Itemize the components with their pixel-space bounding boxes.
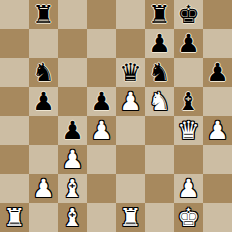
square-a1[interactable]: ♜	[0, 203, 29, 232]
square-b7[interactable]	[29, 29, 58, 58]
piece-white-rook: ♜	[3, 203, 25, 232]
square-c2[interactable]: ♝	[58, 174, 87, 203]
square-f8[interactable]: ♜	[145, 0, 174, 29]
square-h6[interactable]: ♟	[203, 58, 232, 87]
piece-white-pawn: ♟	[177, 174, 199, 203]
square-b8[interactable]: ♜	[29, 0, 58, 29]
piece-black-pawn: ♟	[32, 87, 54, 116]
square-h1[interactable]	[203, 203, 232, 232]
square-c8[interactable]	[58, 0, 87, 29]
piece-white-pawn: ♟	[119, 87, 141, 116]
piece-white-pawn: ♟	[32, 174, 54, 203]
piece-white-queen: ♛	[177, 116, 199, 145]
piece-black-pawn: ♟	[148, 29, 170, 58]
square-d3[interactable]	[87, 145, 116, 174]
square-f3[interactable]	[145, 145, 174, 174]
square-f1[interactable]	[145, 203, 174, 232]
square-a6[interactable]	[0, 58, 29, 87]
square-f4[interactable]	[145, 116, 174, 145]
piece-white-king: ♚	[177, 203, 199, 232]
piece-white-rook: ♜	[119, 203, 141, 232]
square-c3[interactable]: ♟	[58, 145, 87, 174]
square-d8[interactable]	[87, 0, 116, 29]
square-h5[interactable]	[203, 87, 232, 116]
square-f5[interactable]: ♞	[145, 87, 174, 116]
square-d7[interactable]	[87, 29, 116, 58]
square-h3[interactable]	[203, 145, 232, 174]
piece-white-knight: ♞	[148, 87, 170, 116]
piece-black-bishop: ♝	[177, 87, 199, 116]
square-b3[interactable]	[29, 145, 58, 174]
square-e2[interactable]	[116, 174, 145, 203]
square-c4[interactable]: ♟	[58, 116, 87, 145]
piece-white-bishop: ♝	[61, 174, 83, 203]
square-h7[interactable]	[203, 29, 232, 58]
square-a8[interactable]	[0, 0, 29, 29]
square-d6[interactable]	[87, 58, 116, 87]
square-g8[interactable]: ♚	[174, 0, 203, 29]
square-a2[interactable]	[0, 174, 29, 203]
square-b1[interactable]	[29, 203, 58, 232]
square-c7[interactable]	[58, 29, 87, 58]
square-h4[interactable]: ♟	[203, 116, 232, 145]
square-e7[interactable]	[116, 29, 145, 58]
square-d4[interactable]: ♟	[87, 116, 116, 145]
square-f7[interactable]: ♟	[145, 29, 174, 58]
piece-black-pawn: ♟	[177, 29, 199, 58]
square-a7[interactable]	[0, 29, 29, 58]
square-e5[interactable]: ♟	[116, 87, 145, 116]
piece-black-king: ♚	[177, 0, 199, 29]
piece-black-rook: ♜	[32, 0, 54, 29]
square-a5[interactable]	[0, 87, 29, 116]
square-b5[interactable]: ♟	[29, 87, 58, 116]
square-c5[interactable]	[58, 87, 87, 116]
piece-white-bishop: ♝	[61, 203, 83, 232]
square-c1[interactable]: ♝	[58, 203, 87, 232]
piece-black-pawn: ♟	[90, 87, 112, 116]
piece-black-queen: ♛	[119, 58, 141, 87]
square-b2[interactable]: ♟	[29, 174, 58, 203]
piece-white-pawn: ♟	[61, 145, 83, 174]
piece-white-pawn: ♟	[206, 116, 228, 145]
square-e3[interactable]	[116, 145, 145, 174]
piece-black-rook: ♜	[148, 0, 170, 29]
square-a4[interactable]	[0, 116, 29, 145]
square-g1[interactable]: ♚	[174, 203, 203, 232]
square-b6[interactable]: ♞	[29, 58, 58, 87]
piece-black-knight: ♞	[32, 58, 54, 87]
square-e1[interactable]: ♜	[116, 203, 145, 232]
square-h2[interactable]	[203, 174, 232, 203]
square-g3[interactable]	[174, 145, 203, 174]
square-g2[interactable]: ♟	[174, 174, 203, 203]
square-e8[interactable]	[116, 0, 145, 29]
square-d5[interactable]: ♟	[87, 87, 116, 116]
square-b4[interactable]	[29, 116, 58, 145]
square-g6[interactable]	[174, 58, 203, 87]
square-g7[interactable]: ♟	[174, 29, 203, 58]
piece-black-pawn: ♟	[206, 58, 228, 87]
piece-black-pawn: ♟	[61, 116, 83, 145]
square-a3[interactable]	[0, 145, 29, 174]
square-e4[interactable]	[116, 116, 145, 145]
square-d2[interactable]	[87, 174, 116, 203]
square-f6[interactable]: ♞	[145, 58, 174, 87]
square-f2[interactable]	[145, 174, 174, 203]
square-e6[interactable]: ♛	[116, 58, 145, 87]
square-d1[interactable]	[87, 203, 116, 232]
piece-black-knight: ♞	[148, 58, 170, 87]
square-c6[interactable]	[58, 58, 87, 87]
square-g4[interactable]: ♛	[174, 116, 203, 145]
chess-board: ♜♜♚♟♟♞♛♞♟♟♟♟♞♝♟♟♛♟♟♟♝♟♜♝♜♚	[0, 0, 232, 232]
piece-white-pawn: ♟	[90, 116, 112, 145]
square-h8[interactable]	[203, 0, 232, 29]
square-g5[interactable]: ♝	[174, 87, 203, 116]
